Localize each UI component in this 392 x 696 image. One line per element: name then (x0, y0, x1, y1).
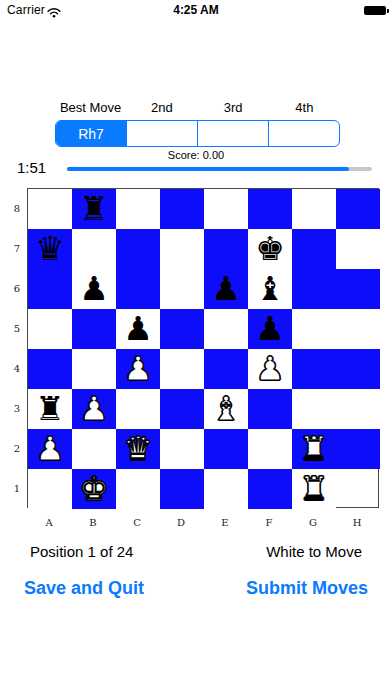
file-label-f: F (247, 517, 291, 528)
square-d7[interactable] (160, 229, 204, 269)
timer-label: 1:51 (17, 159, 46, 176)
piece-black-king: ♚ (255, 229, 285, 269)
square-f2[interactable] (204, 429, 248, 469)
file-label-a: A (27, 517, 71, 528)
square-d1[interactable] (116, 469, 160, 509)
square-f3[interactable]: ♝ (204, 389, 248, 429)
piece-black-pawn: ♟ (255, 309, 285, 349)
rank-labels: 87654321 (10, 188, 24, 508)
square-d2[interactable]: ♛ (116, 429, 160, 469)
square-a6[interactable] (336, 229, 380, 269)
square-h3[interactable] (292, 389, 336, 429)
rank-label-3: 3 (10, 388, 24, 428)
rank-label-4: 4 (10, 348, 24, 388)
piece-black-queen: ♛ (35, 229, 65, 269)
square-g6[interactable]: ♝ (248, 269, 292, 309)
piece-white-pawn: ♟ (123, 349, 153, 389)
square-h2[interactable]: ♜ (292, 429, 336, 469)
square-b6[interactable] (28, 269, 72, 309)
piece-black-pawn: ♟ (211, 269, 241, 309)
file-label-e: E (203, 517, 247, 528)
rank-label-7: 7 (10, 228, 24, 268)
square-g2[interactable] (248, 429, 292, 469)
square-c3[interactable]: ♟ (72, 389, 116, 429)
square-e1[interactable] (160, 469, 204, 509)
square-f5[interactable] (204, 309, 248, 349)
square-g8[interactable] (292, 189, 336, 229)
file-label-c: C (115, 517, 159, 528)
square-b4[interactable] (28, 349, 72, 389)
header-2nd: 2nd (126, 100, 197, 115)
square-d5[interactable]: ♟ (116, 309, 160, 349)
move-input-4th[interactable] (268, 121, 339, 146)
header-best-move: Best Move (55, 100, 126, 115)
square-h4[interactable] (292, 349, 336, 389)
square-d3[interactable] (116, 389, 160, 429)
square-b3[interactable]: ♜ (28, 389, 72, 429)
piece-white-bishop: ♝ (211, 389, 241, 429)
piece-black-pawn: ♟ (79, 269, 109, 309)
app-screen: Carrier 4:25 AM Best Move 2nd 3rd 4th Rh… (0, 0, 392, 696)
file-labels: ABCDEFGH (27, 517, 379, 528)
square-e2[interactable] (160, 429, 204, 469)
square-b5[interactable] (28, 309, 72, 349)
piece-white-pawn: ♟ (35, 429, 65, 469)
square-a4[interactable] (336, 309, 380, 349)
rank-label-6: 6 (10, 268, 24, 308)
header-4th: 4th (269, 100, 340, 115)
square-h5[interactable] (292, 309, 336, 349)
square-c7[interactable] (116, 229, 160, 269)
header-3rd: 3rd (198, 100, 269, 115)
submit-moves-button[interactable]: Submit Moves (246, 578, 368, 599)
piece-black-rook: ♜ (79, 189, 109, 229)
file-label-g: G (291, 517, 335, 528)
time-progress-fill (67, 167, 349, 171)
piece-black-bishop: ♝ (255, 269, 285, 309)
status-bar: Carrier 4:25 AM (0, 0, 392, 20)
square-f1[interactable] (204, 469, 248, 509)
square-h8[interactable] (336, 189, 380, 229)
piece-white-rook: ♜ (299, 469, 329, 509)
square-d8[interactable] (160, 189, 204, 229)
piece-black-pawn: ♟ (123, 309, 153, 349)
move-input-3rd[interactable] (197, 121, 268, 146)
side-to-move-label: White to Move (266, 543, 362, 560)
piece-black-rook: ♜ (35, 389, 65, 429)
status-time: 4:25 AM (0, 3, 392, 17)
move-input-group: Rh7 (55, 120, 340, 147)
time-progress-track (67, 167, 372, 171)
footer-buttons: Save and Quit Submit Moves (24, 578, 368, 599)
piece-white-queen: ♛ (123, 429, 153, 469)
square-g1[interactable] (248, 469, 292, 509)
square-h6[interactable] (292, 269, 336, 309)
score-label: Score: 0.00 (0, 149, 392, 161)
square-f6[interactable]: ♟ (204, 269, 248, 309)
square-c4[interactable] (72, 349, 116, 389)
square-b7[interactable] (72, 229, 116, 269)
square-g4[interactable]: ♟ (248, 349, 292, 389)
square-a3[interactable] (336, 349, 380, 389)
piece-white-pawn: ♟ (255, 349, 285, 389)
square-e7[interactable] (204, 229, 248, 269)
rank-label-8: 8 (10, 188, 24, 228)
battery-icon (364, 6, 386, 15)
move-input-2nd[interactable] (126, 121, 197, 146)
square-g3[interactable] (248, 389, 292, 429)
square-e8[interactable] (204, 189, 248, 229)
rank-label-2: 2 (10, 428, 24, 468)
square-a1[interactable] (336, 429, 380, 469)
square-g7[interactable] (292, 229, 336, 269)
square-b8[interactable]: ♜ (72, 189, 116, 229)
square-f7[interactable]: ♚ (248, 229, 292, 269)
square-c8[interactable] (116, 189, 160, 229)
file-label-b: B (71, 517, 115, 528)
footer-info: Position 1 of 24 White to Move (30, 543, 362, 560)
rank-label-5: 5 (10, 308, 24, 348)
square-a2[interactable] (336, 389, 380, 429)
save-and-quit-button[interactable]: Save and Quit (24, 578, 144, 599)
square-e6[interactable] (160, 269, 204, 309)
square-f8[interactable] (248, 189, 292, 229)
square-a8[interactable] (28, 189, 72, 229)
square-a5[interactable] (336, 269, 380, 309)
move-input-best[interactable]: Rh7 (56, 121, 126, 146)
board: ♜♛♚♟♟♝♟♟♟♟♜♟♝♟♛♜♚♜ (27, 188, 379, 508)
piece-white-king: ♚ (79, 469, 109, 509)
piece-white-rook: ♜ (299, 429, 329, 469)
square-b1[interactable] (28, 469, 72, 509)
file-label-d: D (159, 517, 203, 528)
square-g5[interactable]: ♟ (248, 309, 292, 349)
square-d4[interactable]: ♟ (116, 349, 160, 389)
square-e3[interactable] (160, 389, 204, 429)
file-label-h: H (335, 517, 379, 528)
square-d6[interactable] (116, 269, 160, 309)
rank-label-1: 1 (10, 468, 24, 508)
position-counter: Position 1 of 24 (30, 543, 133, 560)
piece-white-pawn: ♟ (79, 389, 109, 429)
move-column-headers: Best Move 2nd 3rd 4th (55, 100, 340, 115)
square-h1[interactable]: ♜ (292, 469, 336, 509)
square-b2[interactable]: ♟ (28, 429, 72, 469)
square-e5[interactable] (160, 309, 204, 349)
square-c1[interactable]: ♚ (72, 469, 116, 509)
square-c5[interactable] (72, 309, 116, 349)
square-e4[interactable] (160, 349, 204, 389)
square-c6[interactable]: ♟ (72, 269, 116, 309)
square-a7[interactable]: ♛ (28, 229, 72, 269)
square-c2[interactable] (72, 429, 116, 469)
square-f4[interactable] (204, 349, 248, 389)
